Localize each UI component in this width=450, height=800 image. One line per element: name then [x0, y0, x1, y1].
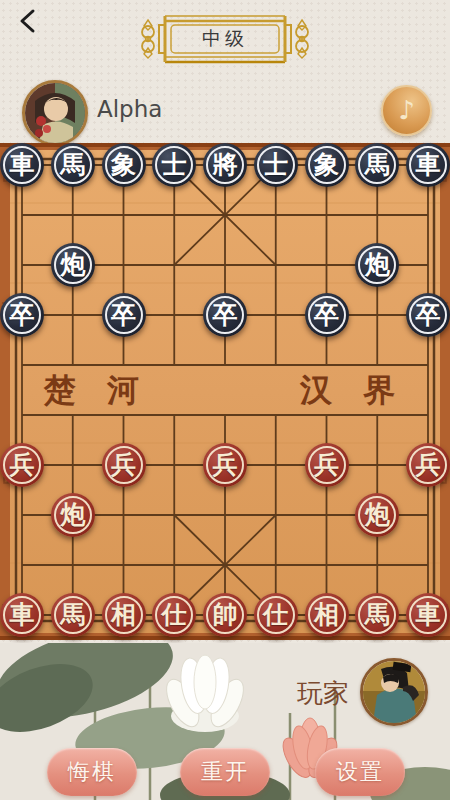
piece-black-馬[interactable]: 馬: [51, 143, 95, 187]
piece-character: 炮: [60, 502, 85, 527]
piece-character: 馬: [365, 152, 390, 177]
opponent-name: Alpha: [97, 96, 162, 122]
piece-character: 仕: [162, 602, 187, 627]
piece-character: 車: [416, 152, 441, 177]
piece-black-卒[interactable]: 卒: [406, 293, 450, 337]
music-note-icon: ♪: [398, 97, 415, 123]
piece-black-卒[interactable]: 卒: [0, 293, 44, 337]
piece-red-炮[interactable]: 炮: [51, 493, 95, 537]
piece-black-炮[interactable]: 炮: [355, 243, 399, 287]
piece-character: 象: [314, 152, 339, 177]
piece-black-卒[interactable]: 卒: [305, 293, 349, 337]
difficulty-label: 中级: [135, 8, 315, 70]
piece-character: 兵: [314, 452, 339, 477]
piece-black-卒[interactable]: 卒: [203, 293, 247, 337]
piece-red-兵[interactable]: 兵: [406, 443, 450, 487]
piece-black-象[interactable]: 象: [305, 143, 349, 187]
piece-red-車[interactable]: 車: [406, 593, 450, 637]
piece-character: 卒: [111, 302, 136, 327]
chevron-left-icon: [16, 8, 38, 34]
piece-black-車[interactable]: 車: [406, 143, 450, 187]
restart-button[interactable]: 重开: [180, 748, 270, 796]
piece-black-卒[interactable]: 卒: [102, 293, 146, 337]
piece-character: 炮: [60, 252, 85, 277]
game-screen: 中级 Alpha ♪: [0, 0, 450, 800]
piece-black-車[interactable]: 車: [0, 143, 44, 187]
player-label: 玩家: [297, 676, 349, 711]
piece-black-馬[interactable]: 馬: [355, 143, 399, 187]
piece-red-炮[interactable]: 炮: [355, 493, 399, 537]
piece-black-將[interactable]: 將: [203, 143, 247, 187]
piece-character: 兵: [111, 452, 136, 477]
xiangqi-board[interactable]: 楚 河 汉 界 車馬象士將士象馬車炮炮卒卒卒卒卒兵兵兵兵兵炮炮車馬相仕帥仕相馬車: [0, 143, 450, 640]
piece-black-炮[interactable]: 炮: [51, 243, 95, 287]
piece-character: 兵: [10, 452, 35, 477]
piece-character: 兵: [213, 452, 238, 477]
undo-button-label: 悔棋: [68, 757, 116, 787]
piece-character: 士: [263, 152, 288, 177]
piece-red-兵[interactable]: 兵: [102, 443, 146, 487]
player-avatar-art: [363, 661, 425, 723]
piece-character: 將: [213, 152, 238, 177]
piece-red-兵[interactable]: 兵: [0, 443, 44, 487]
opponent-avatar[interactable]: [22, 80, 88, 146]
piece-character: 炮: [365, 502, 390, 527]
piece-character: 卒: [416, 302, 441, 327]
opponent-avatar-art: [25, 83, 85, 143]
piece-red-兵[interactable]: 兵: [305, 443, 349, 487]
piece-red-相[interactable]: 相: [305, 593, 349, 637]
piece-red-帥[interactable]: 帥: [203, 593, 247, 637]
piece-black-士[interactable]: 士: [152, 143, 196, 187]
piece-red-車[interactable]: 車: [0, 593, 44, 637]
piece-character: 仕: [263, 602, 288, 627]
piece-character: 士: [162, 152, 187, 177]
piece-character: 馬: [60, 602, 85, 627]
piece-character: 馬: [60, 152, 85, 177]
restart-button-label: 重开: [201, 757, 249, 787]
piece-character: 卒: [314, 302, 339, 327]
piece-character: 相: [314, 602, 339, 627]
piece-character: 卒: [213, 302, 238, 327]
music-button[interactable]: ♪: [381, 85, 432, 136]
piece-character: 象: [111, 152, 136, 177]
piece-character: 車: [10, 602, 35, 627]
back-button[interactable]: [10, 4, 44, 38]
piece-red-仕[interactable]: 仕: [254, 593, 298, 637]
piece-red-相[interactable]: 相: [102, 593, 146, 637]
settings-button[interactable]: 设置: [315, 748, 405, 796]
player-avatar[interactable]: [360, 658, 428, 726]
piece-character: 馬: [365, 602, 390, 627]
settings-button-label: 设置: [336, 757, 384, 787]
piece-character: 車: [10, 152, 35, 177]
difficulty-banner: 中级: [135, 8, 315, 70]
piece-red-馬[interactable]: 馬: [355, 593, 399, 637]
piece-red-馬[interactable]: 馬: [51, 593, 95, 637]
piece-character: 炮: [365, 252, 390, 277]
piece-red-兵[interactable]: 兵: [203, 443, 247, 487]
piece-character: 車: [416, 602, 441, 627]
piece-character: 相: [111, 602, 136, 627]
pieces-layer: 車馬象士將士象馬車炮炮卒卒卒卒卒兵兵兵兵兵炮炮車馬相仕帥仕相馬車: [0, 143, 450, 640]
piece-character: 帥: [213, 602, 238, 627]
piece-character: 兵: [416, 452, 441, 477]
piece-red-仕[interactable]: 仕: [152, 593, 196, 637]
piece-character: 卒: [10, 302, 35, 327]
piece-black-士[interactable]: 士: [254, 143, 298, 187]
undo-button[interactable]: 悔棋: [47, 748, 137, 796]
piece-black-象[interactable]: 象: [102, 143, 146, 187]
